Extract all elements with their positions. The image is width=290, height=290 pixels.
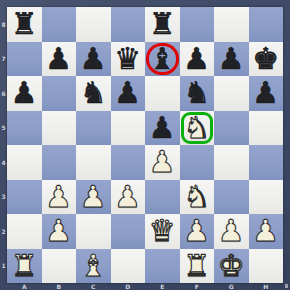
square-g6[interactable] xyxy=(214,76,249,111)
piece-black-king[interactable]: ♚ xyxy=(252,42,279,76)
file-label-c: C xyxy=(76,282,111,290)
square-a2[interactable] xyxy=(7,214,42,249)
square-e6[interactable] xyxy=(145,76,180,111)
chess-board: ♜♜♟♟♛♝♟♟♚♟♞♟♞♟♟♞♟♟♟♟♞♟♛♟♟♟♜♝♜♚ xyxy=(7,7,283,283)
square-g7[interactable]: ♟ xyxy=(214,42,249,77)
square-b4[interactable] xyxy=(42,145,77,180)
square-e3[interactable] xyxy=(145,180,180,215)
square-a4[interactable] xyxy=(7,145,42,180)
square-d7[interactable]: ♛ xyxy=(111,42,146,77)
square-d1[interactable] xyxy=(111,249,146,284)
square-g1[interactable]: ♚ xyxy=(214,249,249,284)
piece-white-pawn[interactable]: ♟ xyxy=(252,214,279,248)
square-h5[interactable] xyxy=(249,111,284,146)
square-h3[interactable] xyxy=(249,180,284,215)
square-g2[interactable]: ♟ xyxy=(214,214,249,249)
square-a1[interactable]: ♜ xyxy=(7,249,42,284)
piece-white-pawn[interactable]: ♟ xyxy=(80,180,107,214)
square-d3[interactable]: ♟ xyxy=(111,180,146,215)
square-b7[interactable]: ♟ xyxy=(42,42,77,77)
chess-board-frame: 87654321 ♜♜♟♟♛♝♟♟♚♟♞♟♞♟♟♞♟♟♟♟♞♟♛♟♟♟♜♝♜♚ … xyxy=(0,0,290,290)
piece-black-pawn[interactable]: ♟ xyxy=(149,111,176,145)
piece-white-knight[interactable]: ♞ xyxy=(183,111,210,145)
square-g5[interactable] xyxy=(214,111,249,146)
square-h2[interactable]: ♟ xyxy=(249,214,284,249)
piece-black-rook[interactable]: ♜ xyxy=(149,7,176,41)
rank-label-6: 6 xyxy=(0,76,7,111)
square-h7[interactable]: ♚ xyxy=(249,42,284,77)
piece-black-knight[interactable]: ♞ xyxy=(80,76,107,110)
square-e5[interactable]: ♟ xyxy=(145,111,180,146)
square-e8[interactable]: ♜ xyxy=(145,7,180,42)
piece-black-pawn[interactable]: ♟ xyxy=(183,42,210,76)
square-c7[interactable]: ♟ xyxy=(76,42,111,77)
file-label-e: E xyxy=(145,282,180,290)
square-c4[interactable] xyxy=(76,145,111,180)
piece-white-rook[interactable]: ♜ xyxy=(11,249,38,283)
square-f7[interactable]: ♟ xyxy=(180,42,215,77)
rank-label-4: 4 xyxy=(0,145,7,180)
square-h4[interactable] xyxy=(249,145,284,180)
piece-white-pawn[interactable]: ♟ xyxy=(45,180,72,214)
square-e7[interactable]: ♝ xyxy=(145,42,180,77)
square-a3[interactable] xyxy=(7,180,42,215)
rank-label-5: 5 xyxy=(0,111,7,146)
square-b3[interactable]: ♟ xyxy=(42,180,77,215)
square-f3[interactable]: ♞ xyxy=(180,180,215,215)
rank-label-8: 8 xyxy=(0,7,7,42)
rank-label-2: 2 xyxy=(0,214,7,249)
square-f1[interactable]: ♜ xyxy=(180,249,215,284)
file-label-g: G xyxy=(214,282,249,290)
square-c1[interactable]: ♝ xyxy=(76,249,111,284)
piece-white-pawn[interactable]: ♟ xyxy=(183,214,210,248)
square-f8[interactable] xyxy=(180,7,215,42)
piece-white-rook[interactable]: ♜ xyxy=(183,249,210,283)
piece-white-pawn[interactable]: ♟ xyxy=(45,214,72,248)
square-d5[interactable] xyxy=(111,111,146,146)
piece-white-knight[interactable]: ♞ xyxy=(183,180,210,214)
square-b8[interactable] xyxy=(42,7,77,42)
piece-white-pawn[interactable]: ♟ xyxy=(114,180,141,214)
piece-black-pawn[interactable]: ♟ xyxy=(45,42,72,76)
file-labels: ABCDEFGH xyxy=(7,282,283,290)
rank-label-7: 7 xyxy=(0,42,7,77)
rank-label-1: 1 xyxy=(0,249,7,284)
square-b5[interactable] xyxy=(42,111,77,146)
piece-white-king[interactable]: ♚ xyxy=(218,249,245,283)
file-label-b: B xyxy=(42,282,77,290)
square-g3[interactable] xyxy=(214,180,249,215)
square-f4[interactable] xyxy=(180,145,215,180)
piece-white-queen[interactable]: ♛ xyxy=(149,214,176,248)
square-f5[interactable]: ♞ xyxy=(180,111,215,146)
square-g4[interactable] xyxy=(214,145,249,180)
square-d2[interactable] xyxy=(111,214,146,249)
square-e4[interactable]: ♟ xyxy=(145,145,180,180)
square-d8[interactable] xyxy=(111,7,146,42)
piece-black-pawn[interactable]: ♟ xyxy=(252,76,279,110)
piece-black-pawn[interactable]: ♟ xyxy=(11,76,38,110)
piece-white-bishop[interactable]: ♝ xyxy=(80,249,107,283)
square-c6[interactable]: ♞ xyxy=(76,76,111,111)
square-b6[interactable] xyxy=(42,76,77,111)
square-c8[interactable] xyxy=(76,7,111,42)
square-f2[interactable]: ♟ xyxy=(180,214,215,249)
square-c2[interactable] xyxy=(76,214,111,249)
square-b1[interactable] xyxy=(42,249,77,284)
square-a8[interactable]: ♜ xyxy=(7,7,42,42)
square-c5[interactable] xyxy=(76,111,111,146)
piece-black-queen[interactable]: ♛ xyxy=(114,42,141,76)
square-c3[interactable]: ♟ xyxy=(76,180,111,215)
piece-black-bishop[interactable]: ♝ xyxy=(149,42,176,76)
square-b2[interactable]: ♟ xyxy=(42,214,77,249)
square-d6[interactable]: ♟ xyxy=(111,76,146,111)
rank-label-3: 3 xyxy=(0,180,7,215)
piece-white-pawn[interactable]: ♟ xyxy=(218,214,245,248)
piece-black-knight[interactable]: ♞ xyxy=(183,76,210,110)
square-d4[interactable] xyxy=(111,145,146,180)
square-a5[interactable] xyxy=(7,111,42,146)
square-g8[interactable] xyxy=(214,7,249,42)
rank-labels: 87654321 xyxy=(0,7,7,283)
piece-black-pawn[interactable]: ♟ xyxy=(80,42,107,76)
piece-white-pawn[interactable]: ♟ xyxy=(149,145,176,179)
file-label-h: H xyxy=(249,282,284,290)
square-a7[interactable] xyxy=(7,42,42,77)
square-f6[interactable]: ♞ xyxy=(180,76,215,111)
file-label-f: F xyxy=(180,282,215,290)
square-e2[interactable]: ♛ xyxy=(145,214,180,249)
piece-black-pawn[interactable]: ♟ xyxy=(114,76,141,110)
piece-black-rook[interactable]: ♜ xyxy=(11,7,38,41)
square-e1[interactable] xyxy=(145,249,180,284)
file-label-a: A xyxy=(7,282,42,290)
file-label-d: D xyxy=(111,282,146,290)
square-a6[interactable]: ♟ xyxy=(7,76,42,111)
piece-black-pawn[interactable]: ♟ xyxy=(218,42,245,76)
square-h6[interactable]: ♟ xyxy=(249,76,284,111)
square-h1[interactable] xyxy=(249,249,284,284)
square-h8[interactable] xyxy=(249,7,284,42)
watermark-mark xyxy=(285,284,288,288)
